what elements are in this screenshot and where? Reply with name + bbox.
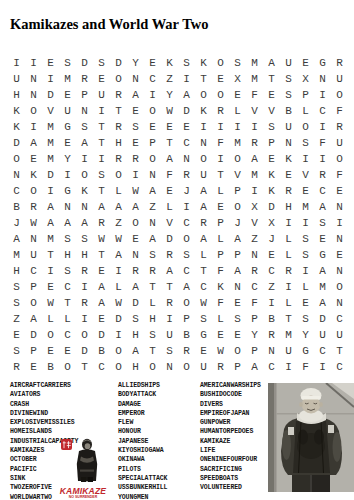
grid-cell: Z [263,279,280,295]
grid-cell: J [8,215,25,231]
grid-cell: E [127,231,144,247]
grid-cell: G [314,247,331,263]
grid-cell: I [8,55,25,71]
grid-cell: E [229,327,246,343]
grid-cell: C [59,327,76,343]
grid-cell: K [212,279,229,295]
grid-cell: P [212,215,229,231]
grid-cell: F [314,135,331,151]
grid-cell: S [297,231,314,247]
grid-cell: L [280,231,297,247]
grid-cell: F [297,359,314,375]
grid-cell: S [229,55,246,71]
grid-cell: R [76,295,93,311]
grid-cell: E [314,231,331,247]
grid-cell: O [195,87,212,103]
grid-cell: R [331,119,348,135]
word-list-item: AVIATORS [10,390,78,399]
grid-cell: I [178,71,195,87]
grid-cell: M [246,167,263,183]
grid-cell: C [314,103,331,119]
word-list-column-3: AMERICANWARSHIPSBUSHIDOCODEDIVERSEMPIREO… [200,381,261,493]
grid-cell: K [195,55,212,71]
grid-cell: E [127,103,144,119]
grid-cell: E [25,151,42,167]
grid-cell: I [25,55,42,71]
grid-cell: E [93,263,110,279]
grid-cell: G [297,343,314,359]
word-list-item: AIRCRAFTCARRIERS [10,381,78,390]
grid-cell: S [59,231,76,247]
grid-cell: O [178,231,195,247]
grid-cell: O [212,87,229,103]
grid-cell: A [127,87,144,103]
grid-cell: D [178,103,195,119]
grid-cell: A [195,231,212,247]
grid-cell: A [314,295,331,311]
grid-cell: H [76,247,93,263]
grid-cell: A [25,311,42,327]
grid-cell: H [8,263,25,279]
grid-cell: Z [161,71,178,87]
grid-cell: S [297,135,314,151]
grid-cell: N [127,71,144,87]
grid-cell: Y [297,327,314,343]
word-list-item: LIFE [200,446,261,455]
grid-cell: R [161,247,178,263]
grid-cell: H [144,311,161,327]
grid-cell: N [314,71,331,87]
grid-cell: V [42,103,59,119]
grid-cell: M [8,247,25,263]
grid-cell: O [229,199,246,215]
grid-cell: I [246,183,263,199]
grid-cell: L [59,311,76,327]
grid-cell: G [314,55,331,71]
grid-cell: R [76,71,93,87]
word-list-item: ALLIEDSHIPS [118,381,167,390]
grid-cell: E [127,135,144,151]
grid-cell: W [161,103,178,119]
word-list-item: HUMANTORPEDOES [200,427,261,436]
grid-cell: L [212,183,229,199]
grid-cell: A [127,279,144,295]
grid-cell: C [246,279,263,295]
grid-cell: A [144,183,161,199]
word-list-item: YOUNGMEN [118,493,167,500]
grid-cell: I [212,151,229,167]
word-list-item: EMPEROR [118,409,167,418]
grid-cell: I [110,263,127,279]
grid-cell: R [93,215,110,231]
grid-cell: T [195,263,212,279]
grid-cell: D [314,311,331,327]
grid-cell: S [144,327,161,343]
grid-cell: E [229,87,246,103]
grid-cell: I [314,359,331,375]
grid-cell: A [195,183,212,199]
grid-cell: S [144,247,161,263]
word-list-item: GUNPOWER [200,418,261,427]
grid-cell: U [280,343,297,359]
grid-cell: M [229,135,246,151]
grid-cell: K [76,183,93,199]
grid-cell: I [42,183,59,199]
grid-cell: V [297,167,314,183]
grid-cell: L [110,183,127,199]
grid-cell: N [229,279,246,295]
grid-cell: I [42,263,59,279]
word-list-item: ONENINEFOURFOUR [200,455,261,464]
word-list-item: SPEEDBOATS [200,474,261,483]
grid-cell: Y [246,327,263,343]
grid-cell: A [42,215,59,231]
grid-cell: J [263,231,280,247]
grid-cell: S [178,55,195,71]
grid-cell: P [246,311,263,327]
grid-cell: X [263,215,280,231]
grid-cell: N [127,247,144,263]
grid-cell: B [280,103,297,119]
grid-cell: I [246,119,263,135]
grid-cell: D [76,343,93,359]
grid-cell: L [195,247,212,263]
grid-cell: I [280,359,297,375]
grid-cell: E [331,183,348,199]
grid-cell: T [42,247,59,263]
grid-cell: N [25,231,42,247]
grid-cell: E [8,327,25,343]
grid-cell: T [161,279,178,295]
grid-cell: O [212,55,229,71]
grid-cell: O [110,359,127,375]
grid-cell: A [8,231,25,247]
grid-cell: W [212,343,229,359]
grid-cell: G [59,119,76,135]
grid-cell: L [144,295,161,311]
grid-cell: S [297,247,314,263]
grid-cell: I [144,87,161,103]
grid-cell: C [178,135,195,151]
grid-cell: U [25,247,42,263]
grid-cell: F [331,167,348,183]
grid-cell: O [331,87,348,103]
word-list-item: EXPLOSIVEMISSILES [10,418,78,427]
grid-cell: N [25,71,42,87]
grid-cell: O [76,327,93,343]
grid-cell: A [93,199,110,215]
grid-cell: R [212,103,229,119]
grid-cell: T [93,119,110,135]
grid-cell: I [263,295,280,311]
grid-cell: D [127,295,144,311]
grid-cell: C [331,359,348,375]
grid-cell: A [246,359,263,375]
grid-cell: R [127,151,144,167]
grid-cell: E [25,359,42,375]
grid-cell: U [59,103,76,119]
grid-cell: H [59,247,76,263]
grid-cell: R [8,359,25,375]
word-list-item: KAMIKAZE [200,437,261,446]
word-list-item: FLEW [118,418,167,427]
kamikaze-logo: KAMIKAZE NO SURRENDER [59,437,107,500]
grid-cell: I [161,311,178,327]
grid-cell: Z [246,231,263,247]
grid-cell: S [195,311,212,327]
word-search-grid: IIESDSDYEKSKOSMAUEGRUNIMREONCZITEXMTSXNU… [8,55,348,375]
grid-cell: M [246,55,263,71]
grid-cell: S [59,55,76,71]
grid-cell: Z [110,215,127,231]
grid-cell: R [110,87,127,103]
grid-cell: D [110,311,127,327]
grid-cell: O [25,295,42,311]
grid-cell: I [25,119,42,135]
grid-cell: E [212,199,229,215]
grid-cell: E [297,183,314,199]
grid-cell: O [229,151,246,167]
grid-cell: O [144,151,161,167]
grid-cell: G [59,183,76,199]
grid-cell: U [280,55,297,71]
grid-cell: C [263,263,280,279]
grid-cell: L [297,103,314,119]
grid-cell: S [8,295,25,311]
grid-cell: P [212,247,229,263]
grid-cell: A [93,295,110,311]
grid-cell: E [263,87,280,103]
grid-cell: I [76,151,93,167]
grid-cell: X [246,199,263,215]
grid-cell: B [8,199,25,215]
grid-cell: C [263,359,280,375]
grid-cell: I [314,151,331,167]
grid-cell: U [314,327,331,343]
grid-cell: E [297,55,314,71]
grid-cell: D [93,327,110,343]
grid-cell: R [246,263,263,279]
grid-cell: R [25,199,42,215]
grid-cell: U [195,359,212,375]
grid-cell: E [93,71,110,87]
grid-cell: F [212,135,229,151]
grid-cell: E [263,151,280,167]
grid-cell: E [212,71,229,87]
word-list-item: EMPIREOFJAPAN [200,409,261,418]
grid-cell: N [144,215,161,231]
grid-cell: M [59,71,76,87]
grid-cell: A [314,263,331,279]
grid-cell: D [161,231,178,247]
kamikaze-figure-icon [59,437,107,482]
grid-cell: R [110,151,127,167]
grid-cell: T [59,295,76,311]
word-list-item: HONOUR [118,427,167,436]
grid-cell: S [297,311,314,327]
grid-cell: E [42,343,59,359]
grid-cell: K [161,55,178,71]
grid-cell: P [246,343,263,359]
grid-cell: N [331,199,348,215]
grid-cell: L [212,231,229,247]
grid-cell: R [212,359,229,375]
word-list-item: PILOTS [118,465,167,474]
grid-cell: K [8,119,25,135]
word-list-item: DIVERS [200,400,261,409]
grid-cell: A [314,199,331,215]
grid-cell: P [25,279,42,295]
grid-cell: E [42,279,59,295]
grid-cell: O [195,151,212,167]
grid-cell: O [110,167,127,183]
grid-cell: E [178,119,195,135]
grid-cell: F [212,295,229,311]
word-list-item: BODYATTACK [118,390,167,399]
word-list-column-2: ALLIEDSHIPSBODYATTACKDAMAGEEMPERORFLEWHO… [118,381,167,500]
grid-cell: Y [127,55,144,71]
grid-cell: P [229,247,246,263]
grid-cell: R [76,263,93,279]
grid-cell: T [93,135,110,151]
grid-cell: J [229,215,246,231]
grid-cell: R [314,167,331,183]
grid-cell: I [195,119,212,135]
grid-cell: O [76,167,93,183]
grid-cell: A [127,343,144,359]
grid-cell: P [229,359,246,375]
word-list-item: HOMEISLANDS [10,427,78,436]
grid-cell: L [297,279,314,295]
grid-cell: I [297,263,314,279]
grid-cell: N [25,87,42,103]
grid-cell: B [93,343,110,359]
grid-cell: I [178,199,195,215]
grid-cell: R [280,263,297,279]
grid-cell: A [178,279,195,295]
grid-cell: M [42,119,59,135]
grid-cell: M [297,199,314,215]
grid-cell: U [93,87,110,103]
grid-cell: D [42,167,59,183]
word-list-item: USSBUNKERHILL [118,483,167,492]
grid-cell: R [280,183,297,199]
grid-cell: N [161,359,178,375]
kamikaze-pilot-photo [268,383,354,492]
grid-cell: B [178,327,195,343]
grid-cell: T [110,103,127,119]
word-list-item: DIVINEWIND [10,409,78,418]
grid-cell: S [76,119,93,135]
grid-cell: K [195,103,212,119]
grid-cell: A [229,231,246,247]
grid-cell: T [195,71,212,87]
grid-cell: U [195,167,212,183]
grid-cell: O [144,359,161,375]
grid-cell: I [297,215,314,231]
grid-cell: I [127,167,144,183]
grid-cell: W [93,231,110,247]
grid-cell: L [42,311,59,327]
grid-cell: O [229,343,246,359]
grid-cell: E [212,327,229,343]
grid-cell: V [161,215,178,231]
grid-cell: C [178,215,195,231]
grid-cell: O [25,183,42,199]
grid-cell: S [59,263,76,279]
grid-cell: E [144,119,161,135]
grid-cell: O [110,71,127,87]
page-title: Kamikazes and World War Two [10,16,208,33]
grid-cell: R [178,343,195,359]
grid-cell: V [229,167,246,183]
grid-cell: U [161,327,178,343]
grid-cell: S [280,87,297,103]
word-list-item: VOLUNTEERED [200,483,261,492]
grid-cell: E [331,247,348,263]
grid-cell: B [42,359,59,375]
grid-cell: K [8,103,25,119]
grid-cell: U [331,135,348,151]
grid-cell: V [246,215,263,231]
grid-cell: N [195,135,212,151]
grid-cell: T [144,343,161,359]
grid-cell: E [195,343,212,359]
grid-cell: E [59,343,76,359]
grid-cell: R [178,167,195,183]
grid-cell: O [42,327,59,343]
grid-cell: C [25,263,42,279]
grid-cell: K [263,183,280,199]
grid-cell: I [314,87,331,103]
grid-cell: I [59,167,76,183]
grid-cell: D [25,327,42,343]
grid-cell: L [110,279,127,295]
grid-cell: N [263,343,280,359]
grid-cell: A [25,135,42,151]
grid-cell: W [110,295,127,311]
grid-cell: O [178,295,195,311]
grid-cell: E [144,55,161,71]
word-list-item: DAMAGE [118,400,167,409]
grid-cell: H [127,327,144,343]
grid-cell: D [8,135,25,151]
grid-cell: S [229,311,246,327]
grid-cell: N [178,151,195,167]
grid-cell: I [212,119,229,135]
grid-cell: T [93,247,110,263]
grid-cell: R [331,55,348,71]
grid-cell: C [93,359,110,375]
grid-cell: P [178,311,195,327]
grid-cell: K [263,167,280,183]
grid-cell: D [76,55,93,71]
grid-cell: N [8,167,25,183]
grid-cell: O [331,279,348,295]
grid-cell: P [229,183,246,199]
grid-cell: G [195,327,212,343]
grid-cell: U [331,71,348,87]
grid-cell: A [161,151,178,167]
grid-cell: M [42,231,59,247]
word-list-item: SPECIALATTACK [118,474,167,483]
grid-cell: E [59,135,76,151]
grid-cell: C [314,343,331,359]
grid-cell: Y [59,151,76,167]
grid-cell: M [314,279,331,295]
grid-cell: I [76,311,93,327]
grid-cell: L [212,311,229,327]
